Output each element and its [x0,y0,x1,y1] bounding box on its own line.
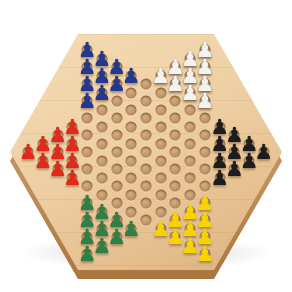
board-hole[interactable] [111,113,122,124]
board-hole[interactable] [141,113,152,124]
board-hole[interactable] [126,189,137,200]
board-hole[interactable] [126,104,137,115]
holes-and-pegs-layer: ♟♟♟♟♟♟♟♟♟♟♟♟♟♟♟♟♟♟♟♟♟♟♟♟♟♟♟♟♟♟♟♟♟♟♟♟♟♟♟♟… [0,0,292,292]
board-hole[interactable] [111,130,122,141]
board-hole[interactable] [82,164,93,175]
board-hole[interactable] [96,172,107,183]
board-hole[interactable] [155,206,166,217]
board-hole[interactable] [199,130,210,141]
photo-scene: ♟♟♟♟♟♟♟♟♟♟♟♟♟♟♟♟♟♟♟♟♟♟♟♟♟♟♟♟♟♟♟♟♟♟♟♟♟♟♟♟… [0,0,292,292]
board-hole[interactable] [155,104,166,115]
board-hole[interactable] [141,215,152,226]
board-hole[interactable] [170,181,181,192]
board-hole[interactable] [141,79,152,90]
board-hole[interactable] [185,121,196,132]
board-hole[interactable] [170,198,181,209]
board-hole[interactable] [185,189,196,200]
board-hole[interactable] [126,138,137,149]
board-hole[interactable] [155,189,166,200]
board-hole[interactable] [141,147,152,158]
board-hole[interactable] [96,155,107,166]
board-hole[interactable] [141,164,152,175]
board-hole[interactable] [111,147,122,158]
board-hole[interactable] [185,138,196,149]
board-hole[interactable] [170,147,181,158]
board-hole[interactable] [126,121,137,132]
board-hole[interactable] [199,113,210,124]
board-hole[interactable] [170,130,181,141]
board-hole[interactable] [170,96,181,107]
board-hole[interactable] [82,130,93,141]
board-hole[interactable] [141,130,152,141]
board-hole[interactable] [82,181,93,192]
board-hole[interactable] [141,181,152,192]
board-hole[interactable] [170,164,181,175]
board-hole[interactable] [185,155,196,166]
board-hole[interactable] [126,87,137,98]
board-hole[interactable] [185,172,196,183]
board-hole[interactable] [141,96,152,107]
board-hole[interactable] [111,96,122,107]
board-hole[interactable] [96,189,107,200]
board-hole[interactable] [96,104,107,115]
board-hole[interactable] [170,113,181,124]
board-hole[interactable] [199,181,210,192]
board-hole[interactable] [155,155,166,166]
board-hole[interactable] [126,172,137,183]
board-hole[interactable] [126,155,137,166]
board-hole[interactable] [155,172,166,183]
board-hole[interactable] [141,198,152,209]
board-hole[interactable] [155,138,166,149]
board-hole[interactable] [111,198,122,209]
board-hole[interactable] [126,206,137,217]
board-hole[interactable] [82,147,93,158]
board-hole[interactable] [185,104,196,115]
board-hole[interactable] [155,121,166,132]
board-hole[interactable] [199,147,210,158]
board-hole[interactable] [96,138,107,149]
board-hole[interactable] [96,121,107,132]
board-hole[interactable] [82,113,93,124]
board-hole[interactable] [111,181,122,192]
board-hole[interactable] [199,164,210,175]
board-hole[interactable] [155,87,166,98]
board-hole[interactable] [111,164,122,175]
